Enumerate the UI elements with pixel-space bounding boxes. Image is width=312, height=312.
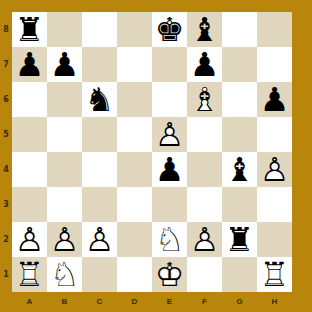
square-a6[interactable] <box>12 82 47 117</box>
square-d6[interactable] <box>117 82 152 117</box>
square-g1[interactable] <box>222 257 257 292</box>
square-h2[interactable] <box>257 222 292 257</box>
rank-label-7: 7 <box>0 47 12 82</box>
square-d4[interactable] <box>117 152 152 187</box>
square-a2[interactable]: ♟♙ <box>12 222 47 257</box>
white-piece-outline: ♙ <box>82 222 117 257</box>
white-piece-outline: ♖ <box>12 257 47 292</box>
piece-black-pawn[interactable]: ♟ <box>152 152 187 187</box>
square-f8[interactable]: ♝ <box>187 12 222 47</box>
square-a8[interactable]: ♜ <box>12 12 47 47</box>
rank-label-5: 5 <box>0 117 12 152</box>
square-c5[interactable] <box>82 117 117 152</box>
piece-white-pawn[interactable]: ♟♙ <box>187 222 222 257</box>
white-piece-outline: ♙ <box>152 117 187 152</box>
rank-label-4: 4 <box>0 152 12 187</box>
square-g6[interactable] <box>222 82 257 117</box>
square-h8[interactable] <box>257 12 292 47</box>
square-g5[interactable] <box>222 117 257 152</box>
square-g2[interactable]: ♜ <box>222 222 257 257</box>
chess-board-window: ♜♚♝♟♟♟♞♝♗♟♟♙♟♝♟♙♟♙♟♙♟♙♞♘♟♙♜♜♖♞♘♚♔♜♖ 8765… <box>0 0 312 312</box>
square-a4[interactable] <box>12 152 47 187</box>
square-h4[interactable]: ♟♙ <box>257 152 292 187</box>
square-b5[interactable] <box>47 117 82 152</box>
piece-white-pawn[interactable]: ♟♙ <box>257 152 292 187</box>
square-c3[interactable] <box>82 187 117 222</box>
square-d7[interactable] <box>117 47 152 82</box>
square-e6[interactable] <box>152 82 187 117</box>
square-h3[interactable] <box>257 187 292 222</box>
square-h5[interactable] <box>257 117 292 152</box>
piece-black-pawn[interactable]: ♟ <box>257 82 292 117</box>
square-g8[interactable] <box>222 12 257 47</box>
square-e1[interactable]: ♚♔ <box>152 257 187 292</box>
rank-label-8: 8 <box>0 12 12 47</box>
square-e8[interactable]: ♚ <box>152 12 187 47</box>
piece-white-pawn[interactable]: ♟♙ <box>47 222 82 257</box>
piece-white-king[interactable]: ♚♔ <box>152 257 187 292</box>
square-f5[interactable] <box>187 117 222 152</box>
square-d2[interactable] <box>117 222 152 257</box>
file-label-a: A <box>12 292 47 310</box>
piece-white-bishop[interactable]: ♝♗ <box>187 82 222 117</box>
square-e7[interactable] <box>152 47 187 82</box>
rank-label-6: 6 <box>0 82 12 117</box>
piece-black-bishop[interactable]: ♝ <box>222 152 257 187</box>
square-h1[interactable]: ♜♖ <box>257 257 292 292</box>
white-piece-outline: ♘ <box>47 257 82 292</box>
square-g3[interactable] <box>222 187 257 222</box>
square-c2[interactable]: ♟♙ <box>82 222 117 257</box>
piece-white-pawn[interactable]: ♟♙ <box>82 222 117 257</box>
square-b7[interactable]: ♟ <box>47 47 82 82</box>
square-e5[interactable]: ♟♙ <box>152 117 187 152</box>
square-f3[interactable] <box>187 187 222 222</box>
square-c8[interactable] <box>82 12 117 47</box>
square-g4[interactable]: ♝ <box>222 152 257 187</box>
square-c1[interactable] <box>82 257 117 292</box>
white-piece-outline: ♙ <box>12 222 47 257</box>
square-a7[interactable]: ♟ <box>12 47 47 82</box>
square-b2[interactable]: ♟♙ <box>47 222 82 257</box>
square-b6[interactable] <box>47 82 82 117</box>
file-label-f: F <box>187 292 222 310</box>
white-piece-outline: ♔ <box>152 257 187 292</box>
square-d8[interactable] <box>117 12 152 47</box>
square-c4[interactable] <box>82 152 117 187</box>
piece-white-knight[interactable]: ♞♘ <box>152 222 187 257</box>
rank-label-3: 3 <box>0 187 12 222</box>
square-e2[interactable]: ♞♘ <box>152 222 187 257</box>
square-e4[interactable]: ♟ <box>152 152 187 187</box>
white-piece-outline: ♙ <box>47 222 82 257</box>
square-f7[interactable]: ♟ <box>187 47 222 82</box>
square-e3[interactable] <box>152 187 187 222</box>
piece-white-knight[interactable]: ♞♘ <box>47 257 82 292</box>
square-f4[interactable] <box>187 152 222 187</box>
chess-board: ♜♚♝♟♟♟♞♝♗♟♟♙♟♝♟♙♟♙♟♙♟♙♞♘♟♙♜♜♖♞♘♚♔♜♖ <box>12 12 292 292</box>
piece-white-pawn[interactable]: ♟♙ <box>12 222 47 257</box>
square-b4[interactable] <box>47 152 82 187</box>
piece-white-pawn[interactable]: ♟♙ <box>152 117 187 152</box>
rank-label-2: 2 <box>0 222 12 257</box>
white-piece-outline: ♙ <box>187 222 222 257</box>
piece-black-pawn[interactable]: ♟ <box>47 47 82 82</box>
square-a5[interactable] <box>12 117 47 152</box>
piece-white-rook[interactable]: ♜♖ <box>257 257 292 292</box>
square-c7[interactable] <box>82 47 117 82</box>
square-d1[interactable] <box>117 257 152 292</box>
file-label-d: D <box>117 292 152 310</box>
file-label-c: C <box>82 292 117 310</box>
square-g7[interactable] <box>222 47 257 82</box>
square-h7[interactable] <box>257 47 292 82</box>
file-label-b: B <box>47 292 82 310</box>
file-label-e: E <box>152 292 187 310</box>
square-d5[interactable] <box>117 117 152 152</box>
square-b1[interactable]: ♞♘ <box>47 257 82 292</box>
piece-black-king[interactable]: ♚ <box>152 12 187 47</box>
square-c6[interactable]: ♞ <box>82 82 117 117</box>
square-b8[interactable] <box>47 12 82 47</box>
square-h6[interactable]: ♟ <box>257 82 292 117</box>
square-b3[interactable] <box>47 187 82 222</box>
piece-white-rook[interactable]: ♜♖ <box>12 257 47 292</box>
piece-black-knight[interactable]: ♞ <box>82 82 117 117</box>
white-piece-outline: ♙ <box>257 152 292 187</box>
square-d3[interactable] <box>117 187 152 222</box>
piece-black-rook[interactable]: ♜ <box>222 222 257 257</box>
white-piece-outline: ♘ <box>152 222 187 257</box>
square-a1[interactable]: ♜♖ <box>12 257 47 292</box>
piece-black-pawn[interactable]: ♟ <box>12 47 47 82</box>
file-label-h: H <box>257 292 292 310</box>
piece-black-rook[interactable]: ♜ <box>12 12 47 47</box>
white-piece-outline: ♗ <box>187 82 222 117</box>
white-piece-outline: ♖ <box>257 257 292 292</box>
square-a3[interactable] <box>12 187 47 222</box>
square-f1[interactable] <box>187 257 222 292</box>
piece-black-pawn[interactable]: ♟ <box>187 47 222 82</box>
rank-label-1: 1 <box>0 257 12 292</box>
square-f6[interactable]: ♝♗ <box>187 82 222 117</box>
square-f2[interactable]: ♟♙ <box>187 222 222 257</box>
file-label-g: G <box>222 292 257 310</box>
piece-black-bishop[interactable]: ♝ <box>187 12 222 47</box>
